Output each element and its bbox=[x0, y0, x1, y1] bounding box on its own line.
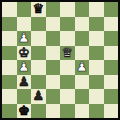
piece-white-queen[interactable]: ♛ bbox=[61, 46, 73, 60]
piece-white-pawn[interactable]: ♟ bbox=[18, 31, 30, 45]
square-h2[interactable] bbox=[104, 89, 119, 104]
square-g2[interactable] bbox=[89, 89, 104, 104]
square-g7[interactable] bbox=[89, 17, 104, 32]
square-a2[interactable] bbox=[2, 89, 17, 104]
square-f8[interactable] bbox=[75, 2, 90, 17]
square-a1[interactable] bbox=[2, 104, 17, 119]
square-f5[interactable] bbox=[75, 46, 90, 61]
square-c2[interactable]: ♟ bbox=[31, 89, 46, 104]
square-f4[interactable]: ♟ bbox=[75, 60, 90, 75]
square-a7[interactable] bbox=[2, 17, 17, 32]
square-a6[interactable] bbox=[2, 31, 17, 46]
square-h4[interactable] bbox=[104, 60, 119, 75]
square-c6[interactable] bbox=[31, 31, 46, 46]
piece-black-pawn[interactable]: ♟ bbox=[32, 89, 44, 103]
piece-black-queen[interactable]: ♛ bbox=[32, 2, 44, 16]
square-b3[interactable]: ♟ bbox=[17, 75, 32, 90]
square-c5[interactable] bbox=[31, 46, 46, 61]
square-b4[interactable]: ♟ bbox=[17, 60, 32, 75]
square-f1[interactable] bbox=[75, 104, 90, 119]
square-d6[interactable] bbox=[46, 31, 61, 46]
square-c4[interactable] bbox=[31, 60, 46, 75]
board-frame: ♛♟♚♛♟♟♟♟♚ bbox=[0, 0, 120, 120]
square-d2[interactable] bbox=[46, 89, 61, 104]
square-g1[interactable] bbox=[89, 104, 104, 119]
chess-board: ♛♟♚♛♟♟♟♟♚ bbox=[2, 2, 118, 118]
piece-black-king[interactable]: ♚ bbox=[18, 104, 30, 118]
square-e5[interactable]: ♛ bbox=[60, 46, 75, 61]
square-c8[interactable]: ♛ bbox=[31, 2, 46, 17]
square-h7[interactable] bbox=[104, 17, 119, 32]
piece-white-pawn[interactable]: ♟ bbox=[18, 60, 30, 74]
square-c3[interactable] bbox=[31, 75, 46, 90]
square-b8[interactable] bbox=[17, 2, 32, 17]
square-d3[interactable] bbox=[46, 75, 61, 90]
square-f2[interactable] bbox=[75, 89, 90, 104]
square-a4[interactable] bbox=[2, 60, 17, 75]
square-h5[interactable] bbox=[104, 46, 119, 61]
square-d4[interactable] bbox=[46, 60, 61, 75]
square-f7[interactable] bbox=[75, 17, 90, 32]
square-b5[interactable]: ♚ bbox=[17, 46, 32, 61]
square-d5[interactable] bbox=[46, 46, 61, 61]
square-h1[interactable] bbox=[104, 104, 119, 119]
square-g5[interactable] bbox=[89, 46, 104, 61]
piece-white-pawn[interactable]: ♟ bbox=[76, 60, 88, 74]
square-e1[interactable] bbox=[60, 104, 75, 119]
square-e8[interactable] bbox=[60, 2, 75, 17]
square-g8[interactable] bbox=[89, 2, 104, 17]
square-g6[interactable] bbox=[89, 31, 104, 46]
square-e3[interactable] bbox=[60, 75, 75, 90]
square-h8[interactable] bbox=[104, 2, 119, 17]
square-e2[interactable] bbox=[60, 89, 75, 104]
square-g3[interactable] bbox=[89, 75, 104, 90]
square-a3[interactable] bbox=[2, 75, 17, 90]
piece-black-pawn[interactable]: ♟ bbox=[18, 75, 30, 89]
square-h6[interactable] bbox=[104, 31, 119, 46]
square-c1[interactable] bbox=[31, 104, 46, 119]
square-b1[interactable]: ♚ bbox=[17, 104, 32, 119]
square-g4[interactable] bbox=[89, 60, 104, 75]
square-a8[interactable] bbox=[2, 2, 17, 17]
square-e7[interactable] bbox=[60, 17, 75, 32]
square-d8[interactable] bbox=[46, 2, 61, 17]
square-b6[interactable]: ♟ bbox=[17, 31, 32, 46]
square-h3[interactable] bbox=[104, 75, 119, 90]
square-b2[interactable] bbox=[17, 89, 32, 104]
square-b7[interactable] bbox=[17, 17, 32, 32]
square-f3[interactable] bbox=[75, 75, 90, 90]
square-e4[interactable] bbox=[60, 60, 75, 75]
piece-white-king[interactable]: ♚ bbox=[18, 46, 30, 60]
square-d1[interactable] bbox=[46, 104, 61, 119]
square-e6[interactable] bbox=[60, 31, 75, 46]
square-a5[interactable] bbox=[2, 46, 17, 61]
square-f6[interactable] bbox=[75, 31, 90, 46]
square-d7[interactable] bbox=[46, 17, 61, 32]
square-c7[interactable] bbox=[31, 17, 46, 32]
